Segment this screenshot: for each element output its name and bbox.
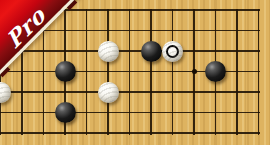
stone-white [98,82,119,103]
grid-line-horizontal [0,91,260,93]
stone-white [162,41,183,62]
stone-black [141,41,162,62]
grid-line-horizontal [0,132,260,134]
stone-white [98,41,119,62]
stone-black [55,61,76,82]
stone-white [0,82,11,103]
stone-black [205,61,226,82]
last-move-marker [166,45,179,58]
grid-line-horizontal [0,50,260,52]
screenshot-root: Pro [0,0,270,145]
stone-black [55,102,76,123]
star-point [192,69,197,74]
grid-line-horizontal [0,112,260,114]
